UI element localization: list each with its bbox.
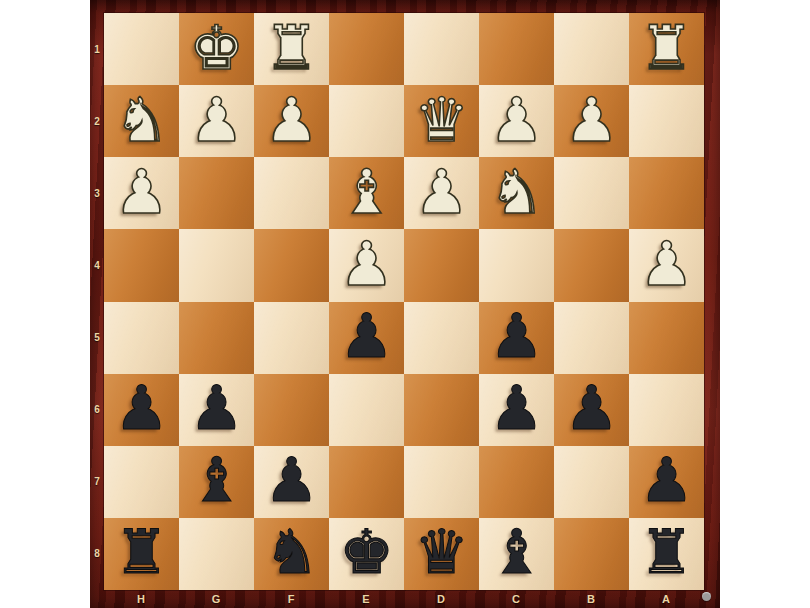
square-c3[interactable]: ♞ [479, 157, 554, 229]
square-c1[interactable] [479, 13, 554, 85]
square-a6[interactable] [629, 374, 704, 446]
square-c7[interactable] [479, 446, 554, 518]
file-label-a: A [629, 590, 704, 608]
square-f4[interactable] [254, 229, 329, 301]
rank-label-2: 2 [90, 85, 104, 157]
file-label-g: G [179, 590, 254, 608]
black-pawn: ♟ [264, 449, 319, 510]
square-h6[interactable]: ♟ [104, 374, 179, 446]
white-king: ♚ [189, 17, 244, 78]
square-h3[interactable]: ♟ [104, 157, 179, 229]
square-g5[interactable] [179, 302, 254, 374]
square-g7[interactable]: ♝ [179, 446, 254, 518]
square-e8[interactable]: ♚ [329, 518, 404, 590]
board-grid: ♚♜♜♞♟♟♛♟♟♟♝♟♞♟♟♟♟♟♟♟♟♝♟♟♜♞♚♛♝♜ [104, 13, 704, 590]
square-h1[interactable] [104, 13, 179, 85]
black-pawn: ♟ [564, 377, 619, 438]
file-label-f: F [254, 590, 329, 608]
square-f2[interactable]: ♟ [254, 85, 329, 157]
black-pawn: ♟ [339, 305, 394, 366]
rank-label-5: 5 [90, 302, 104, 374]
square-d2[interactable]: ♛ [404, 85, 479, 157]
black-pawn: ♟ [189, 377, 244, 438]
white-bishop: ♝ [339, 161, 394, 222]
white-pawn: ♟ [489, 89, 544, 150]
square-e6[interactable] [329, 374, 404, 446]
black-knight: ♞ [264, 521, 319, 582]
square-h5[interactable] [104, 302, 179, 374]
square-h4[interactable] [104, 229, 179, 301]
square-a3[interactable] [629, 157, 704, 229]
square-a4[interactable]: ♟ [629, 229, 704, 301]
black-pawn: ♟ [639, 449, 694, 510]
file-labels: HGFEDCBA [104, 590, 704, 608]
square-c8[interactable]: ♝ [479, 518, 554, 590]
black-pawn: ♟ [489, 305, 544, 366]
black-rook: ♜ [114, 521, 169, 582]
black-queen: ♛ [414, 521, 469, 582]
square-g4[interactable] [179, 229, 254, 301]
black-bishop: ♝ [489, 521, 544, 582]
file-label-c: C [479, 590, 554, 608]
square-e4[interactable]: ♟ [329, 229, 404, 301]
square-c5[interactable]: ♟ [479, 302, 554, 374]
rank-label-4: 4 [90, 229, 104, 301]
square-e2[interactable] [329, 85, 404, 157]
square-c6[interactable]: ♟ [479, 374, 554, 446]
square-f6[interactable] [254, 374, 329, 446]
square-b4[interactable] [554, 229, 629, 301]
square-b3[interactable] [554, 157, 629, 229]
black-pawn: ♟ [114, 377, 169, 438]
square-c4[interactable] [479, 229, 554, 301]
rank-label-6: 6 [90, 374, 104, 446]
square-e3[interactable]: ♝ [329, 157, 404, 229]
rank-label-1: 1 [90, 13, 104, 85]
square-a2[interactable] [629, 85, 704, 157]
rank-label-3: 3 [90, 157, 104, 229]
square-b6[interactable]: ♟ [554, 374, 629, 446]
square-f7[interactable]: ♟ [254, 446, 329, 518]
square-a5[interactable] [629, 302, 704, 374]
square-f5[interactable] [254, 302, 329, 374]
square-b8[interactable] [554, 518, 629, 590]
square-b1[interactable] [554, 13, 629, 85]
chessboard: 12345678 ♚♜♜♞♟♟♛♟♟♟♝♟♞♟♟♟♟♟♟♟♟♝♟♟♜♞♚♛♝♜ … [90, 0, 720, 608]
rank-labels: 12345678 [90, 13, 104, 590]
white-rook: ♜ [264, 17, 319, 78]
square-d5[interactable] [404, 302, 479, 374]
file-label-b: B [554, 590, 629, 608]
rank-label-8: 8 [90, 518, 104, 590]
file-label-d: D [404, 590, 479, 608]
black-king: ♚ [339, 521, 394, 582]
white-knight: ♞ [489, 161, 544, 222]
square-h8[interactable]: ♜ [104, 518, 179, 590]
white-queen: ♛ [414, 89, 469, 150]
square-f8[interactable]: ♞ [254, 518, 329, 590]
square-b7[interactable] [554, 446, 629, 518]
square-e5[interactable]: ♟ [329, 302, 404, 374]
square-d6[interactable] [404, 374, 479, 446]
square-b2[interactable]: ♟ [554, 85, 629, 157]
square-e1[interactable] [329, 13, 404, 85]
square-e7[interactable] [329, 446, 404, 518]
white-pawn: ♟ [264, 89, 319, 150]
square-g2[interactable]: ♟ [179, 85, 254, 157]
white-pawn: ♟ [639, 233, 694, 294]
square-g8[interactable] [179, 518, 254, 590]
square-d1[interactable] [404, 13, 479, 85]
square-h7[interactable] [104, 446, 179, 518]
white-pawn: ♟ [564, 89, 619, 150]
square-g1[interactable]: ♚ [179, 13, 254, 85]
square-d4[interactable] [404, 229, 479, 301]
white-rook: ♜ [639, 17, 694, 78]
square-g6[interactable]: ♟ [179, 374, 254, 446]
square-d8[interactable]: ♛ [404, 518, 479, 590]
rank-label-7: 7 [90, 446, 104, 518]
file-label-e: E [329, 590, 404, 608]
black-rook: ♜ [639, 521, 694, 582]
square-f1[interactable]: ♜ [254, 13, 329, 85]
square-b5[interactable] [554, 302, 629, 374]
page: 12345678 ♚♜♜♞♟♟♛♟♟♟♝♟♞♟♟♟♟♟♟♟♟♝♟♟♜♞♚♛♝♜ … [0, 0, 810, 608]
square-a1[interactable]: ♜ [629, 13, 704, 85]
board-corner-dot [702, 592, 711, 601]
square-h2[interactable]: ♞ [104, 85, 179, 157]
square-f3[interactable] [254, 157, 329, 229]
white-pawn: ♟ [114, 161, 169, 222]
square-a7[interactable]: ♟ [629, 446, 704, 518]
square-d7[interactable] [404, 446, 479, 518]
square-a8[interactable]: ♜ [629, 518, 704, 590]
file-label-h: H [104, 590, 179, 608]
white-knight: ♞ [114, 89, 169, 150]
black-pawn: ♟ [489, 377, 544, 438]
white-pawn: ♟ [339, 233, 394, 294]
white-pawn: ♟ [189, 89, 244, 150]
square-g3[interactable] [179, 157, 254, 229]
square-d3[interactable]: ♟ [404, 157, 479, 229]
black-bishop: ♝ [189, 449, 244, 510]
square-c2[interactable]: ♟ [479, 85, 554, 157]
white-pawn: ♟ [414, 161, 469, 222]
